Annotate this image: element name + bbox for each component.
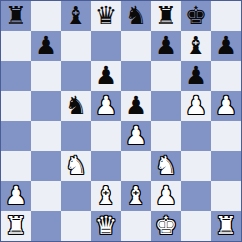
square-b1[interactable] xyxy=(31,211,61,241)
piece-black-pawn[interactable]: ♟ xyxy=(35,33,57,58)
piece-black-rook[interactable]: ♜ xyxy=(155,3,177,28)
square-c5[interactable]: ♞ xyxy=(61,91,91,121)
square-b2[interactable] xyxy=(31,181,61,211)
square-c6[interactable] xyxy=(61,61,91,91)
piece-black-knight[interactable]: ♞ xyxy=(65,93,87,118)
square-a8[interactable]: ♜ xyxy=(1,1,31,31)
square-h3[interactable] xyxy=(211,151,241,181)
piece-white-pawn[interactable]: ♟ xyxy=(125,123,147,148)
square-a3[interactable] xyxy=(1,151,31,181)
piece-white-rook[interactable]: ♜ xyxy=(5,213,27,238)
piece-white-pawn[interactable]: ♟ xyxy=(95,93,117,118)
square-b3[interactable] xyxy=(31,151,61,181)
square-e3[interactable] xyxy=(121,151,151,181)
square-f5[interactable] xyxy=(151,91,181,121)
square-f8[interactable]: ♜ xyxy=(151,1,181,31)
piece-black-bishop[interactable]: ♝ xyxy=(65,3,87,28)
square-b8[interactable] xyxy=(31,1,61,31)
square-g7[interactable]: ♝ xyxy=(181,31,211,61)
square-h7[interactable]: ♟ xyxy=(211,31,241,61)
square-e4[interactable]: ♟ xyxy=(121,121,151,151)
square-f4[interactable] xyxy=(151,121,181,151)
square-d1[interactable]: ♛ xyxy=(91,211,121,241)
square-f3[interactable]: ♞ xyxy=(151,151,181,181)
piece-black-king[interactable]: ♚ xyxy=(185,3,207,28)
square-a5[interactable] xyxy=(1,91,31,121)
square-g2[interactable] xyxy=(181,181,211,211)
piece-white-bishop[interactable]: ♝ xyxy=(125,183,147,208)
piece-white-knight[interactable]: ♞ xyxy=(65,153,87,178)
piece-white-pawn[interactable]: ♟ xyxy=(155,183,177,208)
chess-board: ♜♝♛♞♜♚♟♟♝♟♟♟♞♟♟♟♟♟♞♞♟♝♝♟♜♛♚♜ xyxy=(0,0,242,242)
square-e5[interactable]: ♟ xyxy=(121,91,151,121)
square-e8[interactable]: ♞ xyxy=(121,1,151,31)
square-g1[interactable] xyxy=(181,211,211,241)
piece-white-rook[interactable]: ♜ xyxy=(215,213,237,238)
piece-white-pawn[interactable]: ♟ xyxy=(215,93,237,118)
piece-black-rook[interactable]: ♜ xyxy=(5,3,27,28)
square-d8[interactable]: ♛ xyxy=(91,1,121,31)
piece-black-knight[interactable]: ♞ xyxy=(125,3,147,28)
square-f2[interactable]: ♟ xyxy=(151,181,181,211)
square-b5[interactable] xyxy=(31,91,61,121)
piece-white-queen[interactable]: ♛ xyxy=(95,213,117,238)
square-a6[interactable] xyxy=(1,61,31,91)
square-e1[interactable] xyxy=(121,211,151,241)
square-c7[interactable] xyxy=(61,31,91,61)
square-g5[interactable]: ♟ xyxy=(181,91,211,121)
square-b7[interactable]: ♟ xyxy=(31,31,61,61)
piece-black-bishop[interactable]: ♝ xyxy=(185,33,207,58)
square-e2[interactable]: ♝ xyxy=(121,181,151,211)
square-g8[interactable]: ♚ xyxy=(181,1,211,31)
piece-white-pawn[interactable]: ♟ xyxy=(185,93,207,118)
square-d7[interactable] xyxy=(91,31,121,61)
piece-white-knight[interactable]: ♞ xyxy=(155,153,177,178)
piece-black-pawn[interactable]: ♟ xyxy=(185,63,207,88)
square-f1[interactable]: ♚ xyxy=(151,211,181,241)
square-h4[interactable] xyxy=(211,121,241,151)
square-h8[interactable] xyxy=(211,1,241,31)
square-g3[interactable] xyxy=(181,151,211,181)
piece-black-pawn[interactable]: ♟ xyxy=(215,33,237,58)
square-c2[interactable] xyxy=(61,181,91,211)
square-d3[interactable] xyxy=(91,151,121,181)
square-h1[interactable]: ♜ xyxy=(211,211,241,241)
square-d2[interactable]: ♝ xyxy=(91,181,121,211)
square-a2[interactable]: ♟ xyxy=(1,181,31,211)
square-c8[interactable]: ♝ xyxy=(61,1,91,31)
square-c4[interactable] xyxy=(61,121,91,151)
square-f7[interactable]: ♟ xyxy=(151,31,181,61)
square-g4[interactable] xyxy=(181,121,211,151)
square-e6[interactable] xyxy=(121,61,151,91)
piece-black-pawn[interactable]: ♟ xyxy=(155,33,177,58)
square-d4[interactable] xyxy=(91,121,121,151)
square-b6[interactable] xyxy=(31,61,61,91)
piece-white-bishop[interactable]: ♝ xyxy=(95,183,117,208)
square-c1[interactable] xyxy=(61,211,91,241)
square-d6[interactable]: ♟ xyxy=(91,61,121,91)
piece-white-pawn[interactable]: ♟ xyxy=(5,183,27,208)
square-h2[interactable] xyxy=(211,181,241,211)
square-a4[interactable] xyxy=(1,121,31,151)
square-e7[interactable] xyxy=(121,31,151,61)
square-h6[interactable] xyxy=(211,61,241,91)
square-b4[interactable] xyxy=(31,121,61,151)
square-f6[interactable] xyxy=(151,61,181,91)
square-c3[interactable]: ♞ xyxy=(61,151,91,181)
square-g6[interactable]: ♟ xyxy=(181,61,211,91)
piece-black-pawn[interactable]: ♟ xyxy=(95,63,117,88)
square-d5[interactable]: ♟ xyxy=(91,91,121,121)
square-h5[interactable]: ♟ xyxy=(211,91,241,121)
square-a1[interactable]: ♜ xyxy=(1,211,31,241)
square-a7[interactable] xyxy=(1,31,31,61)
piece-black-queen[interactable]: ♛ xyxy=(95,3,117,28)
piece-white-king[interactable]: ♚ xyxy=(155,213,177,238)
piece-black-pawn[interactable]: ♟ xyxy=(125,93,147,118)
